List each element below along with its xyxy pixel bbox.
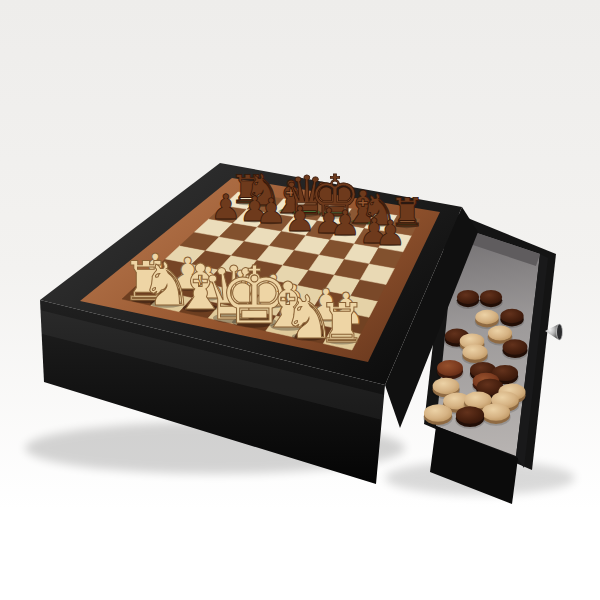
piece-glyph: ♜	[318, 292, 366, 355]
checker-red	[437, 360, 463, 376]
piece-black-pawn-f7: ♟	[330, 203, 361, 243]
product-photo-scene: ♜♞♝♛♚♟♟♟♝♞♜♟♟♟♟♟♟♟♟♜♟♞♟♝♟♛♟♚♟♝♞♜	[0, 0, 600, 600]
piece-black-pawn-h7: ♟	[375, 213, 406, 253]
piece-black-pawn-c7: ♟	[255, 191, 286, 231]
piece-glyph: ♟	[330, 203, 361, 243]
checker-dark	[457, 290, 479, 304]
chess-set-illustration: ♜♞♝♛♚♟♟♟♝♞♜♟♟♟♟♟♟♟♟♜♟♞♟♝♟♛♟♚♟♝♞♜	[0, 0, 600, 600]
checker-light	[433, 378, 460, 395]
piece-black-pawn-d7: ♟	[284, 199, 315, 239]
piece-glyph: ♟	[210, 187, 241, 227]
knob-face	[557, 324, 563, 340]
checker-light	[424, 404, 452, 421]
piece-black-pawn-a7: ♟	[210, 187, 241, 227]
checker-light	[482, 403, 510, 420]
piece-glyph: ♟	[255, 191, 286, 231]
checker-light	[462, 344, 487, 360]
checker-dark	[500, 309, 523, 323]
piece-glyph: ♟	[375, 213, 406, 253]
checker-light	[488, 326, 512, 341]
checker-dark	[503, 339, 528, 354]
piece-white-rook-h1: ♜	[318, 292, 366, 355]
piece-glyph: ♟	[284, 199, 315, 239]
checker-dark	[480, 290, 502, 304]
checker-light	[475, 310, 498, 324]
checker-dark	[456, 406, 484, 424]
